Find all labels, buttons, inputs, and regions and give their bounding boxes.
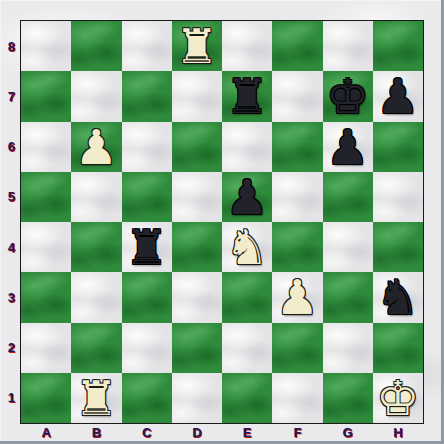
square-e7[interactable]: ♜ — [222, 71, 272, 121]
square-a4[interactable] — [21, 222, 71, 272]
square-c7[interactable] — [122, 71, 172, 121]
square-b6[interactable]: ♟ — [71, 122, 121, 172]
white-rook[interactable]: ♜ — [175, 21, 218, 71]
square-c5[interactable] — [122, 172, 172, 222]
file-label-h: H — [373, 423, 423, 441]
square-f2[interactable] — [272, 323, 322, 373]
black-knight[interactable]: ♞ — [376, 272, 419, 322]
square-g5[interactable] — [323, 172, 373, 222]
square-b7[interactable] — [71, 71, 121, 121]
square-b2[interactable] — [71, 323, 121, 373]
square-g6[interactable]: ♟ — [323, 122, 373, 172]
white-king[interactable]: ♚ — [376, 373, 419, 423]
square-d8[interactable]: ♜ — [172, 21, 222, 71]
square-a2[interactable] — [21, 323, 71, 373]
square-c6[interactable] — [122, 122, 172, 172]
file-label-d: D — [172, 423, 222, 441]
rank-label-2: 2 — [0, 323, 20, 373]
square-d2[interactable] — [172, 323, 222, 373]
square-c1[interactable] — [122, 373, 172, 423]
file-label-a: A — [21, 423, 71, 441]
square-d4[interactable] — [172, 222, 222, 272]
square-g1[interactable] — [323, 373, 373, 423]
file-label-b: B — [71, 423, 121, 441]
square-d5[interactable] — [172, 172, 222, 222]
rank-label-3: 3 — [0, 272, 20, 322]
square-g4[interactable] — [323, 222, 373, 272]
square-e6[interactable] — [222, 122, 272, 172]
rank-label-4: 4 — [0, 222, 20, 272]
square-e2[interactable] — [222, 323, 272, 373]
square-b4[interactable] — [71, 222, 121, 272]
square-g2[interactable] — [323, 323, 373, 373]
rank-label-1: 1 — [0, 373, 20, 423]
square-d7[interactable] — [172, 71, 222, 121]
black-pawn[interactable]: ♟ — [326, 122, 369, 172]
square-b5[interactable] — [71, 172, 121, 222]
square-d3[interactable] — [172, 272, 222, 322]
square-h3[interactable]: ♞ — [373, 272, 423, 322]
file-label-f: F — [272, 423, 322, 441]
square-d6[interactable] — [172, 122, 222, 172]
rank-labels: 87654321 — [0, 21, 20, 423]
square-e4[interactable]: ♞ — [222, 222, 272, 272]
square-a3[interactable] — [21, 272, 71, 322]
square-h4[interactable] — [373, 222, 423, 272]
black-king[interactable]: ♚ — [326, 71, 369, 121]
square-h7[interactable]: ♟ — [373, 71, 423, 121]
file-labels: ABCDEFGH — [21, 423, 423, 441]
black-rook[interactable]: ♜ — [226, 71, 269, 121]
black-pawn[interactable]: ♟ — [226, 172, 269, 222]
white-knight[interactable]: ♞ — [226, 222, 269, 272]
square-h1[interactable]: ♚ — [373, 373, 423, 423]
square-g3[interactable] — [323, 272, 373, 322]
square-e8[interactable] — [222, 21, 272, 71]
square-g7[interactable]: ♚ — [323, 71, 373, 121]
square-e3[interactable] — [222, 272, 272, 322]
square-d1[interactable] — [172, 373, 222, 423]
square-c8[interactable] — [122, 21, 172, 71]
square-b1[interactable]: ♜ — [71, 373, 121, 423]
black-pawn[interactable]: ♟ — [376, 71, 419, 121]
square-e5[interactable]: ♟ — [222, 172, 272, 222]
square-h8[interactable] — [373, 21, 423, 71]
rank-label-5: 5 — [0, 172, 20, 222]
white-rook[interactable]: ♜ — [75, 373, 118, 423]
square-c4[interactable]: ♜ — [122, 222, 172, 272]
square-a5[interactable] — [21, 172, 71, 222]
file-label-e: E — [222, 423, 272, 441]
white-pawn[interactable]: ♟ — [75, 122, 118, 172]
square-f8[interactable] — [272, 21, 322, 71]
square-f6[interactable] — [272, 122, 322, 172]
square-a7[interactable] — [21, 71, 71, 121]
square-h6[interactable] — [373, 122, 423, 172]
square-f4[interactable] — [272, 222, 322, 272]
square-g8[interactable] — [323, 21, 373, 71]
chessboard: ♜♜♚♟♟♟♟♜♞♟♞♜♚ — [20, 20, 424, 424]
square-c3[interactable] — [122, 272, 172, 322]
square-c2[interactable] — [122, 323, 172, 373]
square-f3[interactable]: ♟ — [272, 272, 322, 322]
square-f5[interactable] — [272, 172, 322, 222]
square-f1[interactable] — [272, 373, 322, 423]
square-b3[interactable] — [71, 272, 121, 322]
white-pawn[interactable]: ♟ — [276, 272, 319, 322]
rank-label-6: 6 — [0, 122, 20, 172]
square-e1[interactable] — [222, 373, 272, 423]
square-h5[interactable] — [373, 172, 423, 222]
square-a6[interactable] — [21, 122, 71, 172]
square-h2[interactable] — [373, 323, 423, 373]
chess-diagram: 87654321 ♜♜♚♟♟♟♟♜♞♟♞♜♚ ABCDEFGH — [0, 0, 444, 444]
square-a8[interactable] — [21, 21, 71, 71]
square-f7[interactable] — [272, 71, 322, 121]
rank-label-8: 8 — [0, 21, 20, 71]
black-rook[interactable]: ♜ — [125, 222, 168, 272]
file-label-c: C — [122, 423, 172, 441]
file-label-g: G — [323, 423, 373, 441]
rank-label-7: 7 — [0, 71, 20, 121]
square-b8[interactable] — [71, 21, 121, 71]
square-a1[interactable] — [21, 373, 71, 423]
